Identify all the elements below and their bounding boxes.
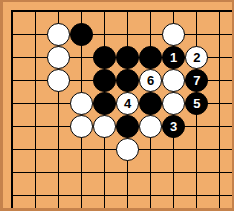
black-stone-move-5: 5 bbox=[185, 92, 208, 115]
white-stone bbox=[93, 115, 116, 138]
white-stone bbox=[47, 69, 70, 92]
go-board: 1267453 bbox=[0, 0, 234, 211]
frame-edge-bottom bbox=[0, 208, 234, 211]
move-number-label: 1 bbox=[170, 51, 177, 64]
black-stone-move-1: 1 bbox=[162, 46, 185, 69]
black-stone bbox=[139, 46, 162, 69]
white-stone bbox=[47, 23, 70, 46]
white-stone bbox=[70, 92, 93, 115]
white-stone-move-2: 2 bbox=[185, 46, 208, 69]
white-stone bbox=[47, 46, 70, 69]
grid-line-vertical bbox=[219, 10, 220, 208]
black-stone-move-3: 3 bbox=[162, 115, 185, 138]
grid-line-horizontal bbox=[11, 195, 232, 196]
black-stone bbox=[139, 92, 162, 115]
black-stone bbox=[93, 92, 116, 115]
frame-edge-right bbox=[232, 0, 234, 211]
black-stone bbox=[93, 69, 116, 92]
black-stone bbox=[116, 69, 139, 92]
grid-line-horizontal bbox=[11, 34, 232, 35]
black-stone bbox=[116, 46, 139, 69]
black-stone bbox=[70, 23, 93, 46]
white-stone bbox=[162, 69, 185, 92]
white-stone bbox=[162, 92, 185, 115]
white-stone bbox=[139, 115, 162, 138]
grid-line-horizontal bbox=[11, 172, 232, 173]
frame-edge-left bbox=[0, 0, 3, 211]
move-number-label: 4 bbox=[124, 97, 131, 110]
grid-line-vertical bbox=[35, 10, 36, 208]
white-stone-move-4: 4 bbox=[116, 92, 139, 115]
move-number-label: 3 bbox=[170, 120, 177, 133]
frame-edge-top bbox=[0, 0, 234, 2]
move-number-label: 7 bbox=[193, 74, 200, 87]
white-stone-move-6: 6 bbox=[139, 69, 162, 92]
black-stone-move-7: 7 bbox=[185, 69, 208, 92]
move-number-label: 6 bbox=[147, 74, 154, 87]
grid-line-horizontal bbox=[11, 10, 232, 12]
move-number-label: 2 bbox=[193, 51, 200, 64]
grid-line-vertical bbox=[11, 10, 13, 208]
white-stone bbox=[116, 138, 139, 161]
black-stone bbox=[116, 115, 139, 138]
white-stone bbox=[70, 115, 93, 138]
white-stone bbox=[162, 23, 185, 46]
move-number-label: 5 bbox=[193, 97, 200, 110]
black-stone bbox=[93, 46, 116, 69]
